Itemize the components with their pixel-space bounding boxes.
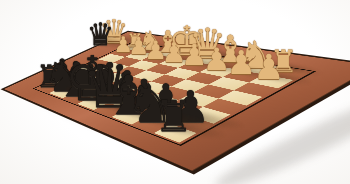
chess-set-product-photo: ♜♞♝♛♚♝♞♜♟♟♟♟♟♟♟♟♟♟♟♟♟♟♟♟♜♞♝♛♚♝♞♜♛♛ [0, 0, 350, 184]
piece-black-rook-a8: ♜ [154, 95, 192, 138]
piece-white-pawn-a2: ♟ [253, 51, 284, 86]
piece-white-pawn-b2: ♟ [227, 47, 256, 80]
